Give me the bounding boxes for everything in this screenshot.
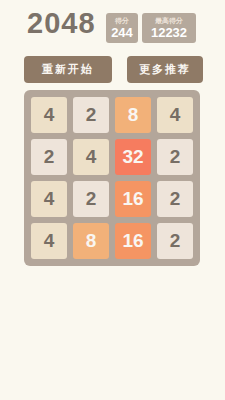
tile-r3c3: 16 [115,181,151,217]
game-title: 2048 [27,7,96,40]
tile-r2c4: 2 [157,139,193,175]
tile-r1c2: 2 [73,97,109,133]
tile-r4c1: 4 [31,223,67,259]
score-label: 得分 [106,16,138,25]
score-box: 得分 244 [106,13,138,43]
score-value: 244 [106,25,138,41]
page-root: 2048 得分 244 最高得分 12232 重新开始 更多推荐 4284243… [0,0,225,400]
tile-r1c1: 4 [31,97,67,133]
board-grid[interactable]: 4284243224216248162 [24,90,200,266]
tile-r3c2: 2 [73,181,109,217]
tile-r4c2: 8 [73,223,109,259]
tile-r3c4: 2 [157,181,193,217]
tile-r2c2: 4 [73,139,109,175]
tile-r4c4: 2 [157,223,193,259]
tile-r1c3: 8 [115,97,151,133]
tile-r4c3: 16 [115,223,151,259]
tile-r1c4: 4 [157,97,193,133]
best-score-label: 最高得分 [142,16,196,25]
best-score-value: 12232 [142,25,196,41]
tile-r3c1: 4 [31,181,67,217]
tile-r2c3: 32 [115,139,151,175]
best-score-box: 最高得分 12232 [142,13,196,43]
tile-r2c1: 2 [31,139,67,175]
restart-button[interactable]: 重新开始 [24,56,112,83]
more-recommendations-button[interactable]: 更多推荐 [127,56,203,83]
